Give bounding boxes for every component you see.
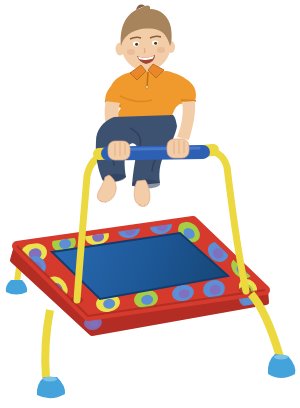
right-iris (154, 42, 157, 45)
left-cheek (127, 49, 135, 55)
button (146, 86, 149, 89)
right-hand (167, 139, 189, 158)
suction-foot (6, 280, 27, 295)
right-forearm (177, 101, 195, 140)
foot-cap (43, 377, 57, 382)
scene (0, 0, 300, 408)
left-iris (135, 43, 138, 46)
boy-head (116, 5, 176, 71)
trampoline-right-leg (251, 294, 295, 378)
right-cheek (157, 47, 165, 53)
foot-cap (274, 355, 288, 360)
boy (96, 5, 196, 207)
product-photo (0, 0, 300, 408)
left-hand (108, 141, 130, 160)
left-foot (97, 175, 116, 202)
polo-shirt (105, 71, 196, 119)
trampoline-front-left-leg (37, 310, 65, 398)
right-foot (134, 180, 150, 206)
